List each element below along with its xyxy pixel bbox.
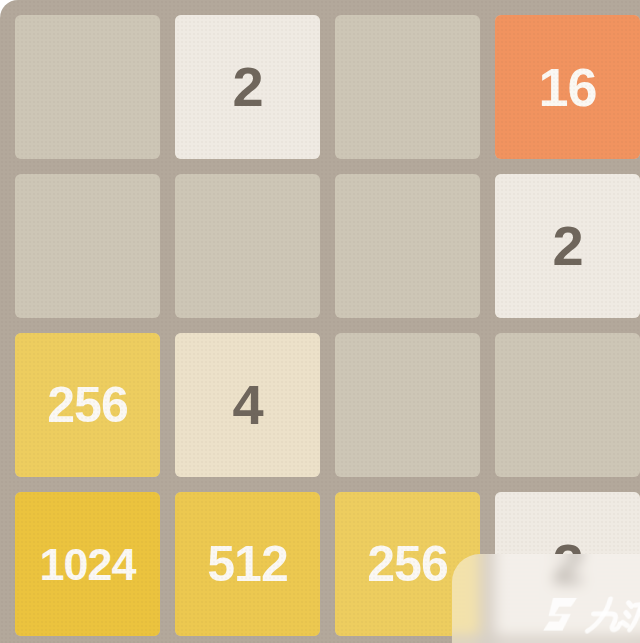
tile-2: 2: [175, 15, 320, 159]
board-cell-r1c2: 2: [175, 15, 320, 159]
board-cell-r3c2: 4: [175, 333, 320, 477]
board-cell-r2c2: [175, 174, 320, 318]
board-cell-r3c1: 256: [15, 333, 160, 477]
board-cell-r3c4: [495, 333, 640, 477]
watermark-text: [583, 595, 640, 639]
tile-4: 4: [175, 333, 320, 477]
watermark: [536, 590, 640, 640]
game-board[interactable]: 2162256410245122562: [0, 0, 640, 643]
tile-2: 2: [495, 174, 640, 318]
tile-16: 16: [495, 15, 640, 159]
board-cell-r2c3: [335, 174, 480, 318]
board-cell-r1c4: 16: [495, 15, 640, 159]
tile-1024: 1024: [15, 492, 160, 636]
board-cell-r2c1: [15, 174, 160, 318]
tile-512: 512: [175, 492, 320, 636]
board-cell-r3c3: [335, 333, 480, 477]
board-cell-r4c1: 1024: [15, 492, 160, 636]
tile-256: 256: [15, 333, 160, 477]
board-cell-r1c3: [335, 15, 480, 159]
board-cell-r4c2: 512: [175, 492, 320, 636]
board-cell-r1c1: [15, 15, 160, 159]
jiuyou-logo-icon: [537, 594, 583, 634]
game-screen: 2162256410245122562: [0, 0, 640, 643]
board-cell-r2c4: 2: [495, 174, 640, 318]
